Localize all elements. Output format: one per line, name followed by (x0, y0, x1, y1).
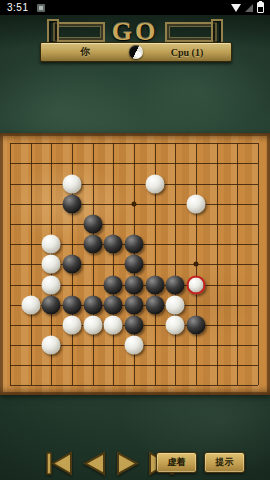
black-stone (145, 275, 164, 294)
grid-line (10, 365, 258, 366)
step-back-icon (78, 450, 110, 477)
step-back-button[interactable] (78, 450, 110, 477)
black-stone (63, 255, 82, 274)
hoshi-point (194, 262, 199, 267)
player-white-name: Cpu (1) (143, 47, 231, 58)
hoshi-point (132, 201, 137, 206)
wifi-icon (231, 4, 241, 12)
skip-to-start-button[interactable] (43, 450, 75, 477)
black-stone (83, 215, 102, 234)
white-stone (42, 275, 61, 294)
step-forward-button[interactable] (112, 450, 144, 477)
app-screen: 3:51 GO 你 Cpu (1) (0, 0, 270, 480)
black-stone (125, 315, 144, 334)
black-stone (63, 295, 82, 314)
white-stone (42, 255, 61, 274)
black-stone (125, 235, 144, 254)
white-stone (83, 315, 102, 334)
white-stone (104, 315, 123, 334)
grid-line (258, 143, 259, 385)
banner-ornament-right-icon (165, 22, 217, 42)
black-stone (83, 235, 102, 254)
white-stone (42, 235, 61, 254)
white-stone (187, 194, 206, 213)
white-stone (187, 275, 206, 294)
banner-ornament-left-icon (53, 22, 105, 42)
black-stone (104, 295, 123, 314)
step-forward-icon (112, 450, 144, 477)
white-stone (63, 174, 82, 193)
notification-icon (37, 4, 45, 12)
status-icons (231, 2, 264, 13)
black-stone (63, 194, 82, 213)
white-stone (42, 336, 61, 355)
signal-icon (245, 4, 253, 12)
hint-button[interactable]: 提示 (204, 452, 245, 473)
white-stone (166, 315, 185, 334)
white-stone (125, 336, 144, 355)
black-stone (166, 275, 185, 294)
black-stone (187, 315, 206, 334)
player-bar: 你 Cpu (1) (40, 42, 232, 62)
black-stone (125, 255, 144, 274)
playback-controls: 虚着 提示 (0, 448, 270, 480)
white-stone (166, 295, 185, 314)
black-stone (42, 295, 61, 314)
status-bar: 3:51 (0, 0, 270, 15)
black-stone (125, 295, 144, 314)
black-stone (83, 295, 102, 314)
black-stone (104, 275, 123, 294)
turn-indicator-ball-icon (129, 45, 143, 59)
grid-line (175, 143, 176, 385)
white-stone (21, 295, 40, 314)
battery-icon (257, 2, 264, 13)
black-stone (125, 275, 144, 294)
black-stone (104, 235, 123, 254)
white-stone (63, 315, 82, 334)
white-stone (145, 174, 164, 193)
black-stone (145, 295, 164, 314)
player-black-name: 你 (41, 45, 129, 59)
go-board[interactable] (0, 133, 270, 395)
grid-line (217, 143, 218, 385)
pass-button[interactable]: 虚着 (156, 452, 197, 473)
skip-to-start-icon (43, 450, 75, 477)
clock: 3:51 (7, 2, 28, 13)
grid-line (237, 143, 238, 385)
grid-line (10, 385, 258, 386)
